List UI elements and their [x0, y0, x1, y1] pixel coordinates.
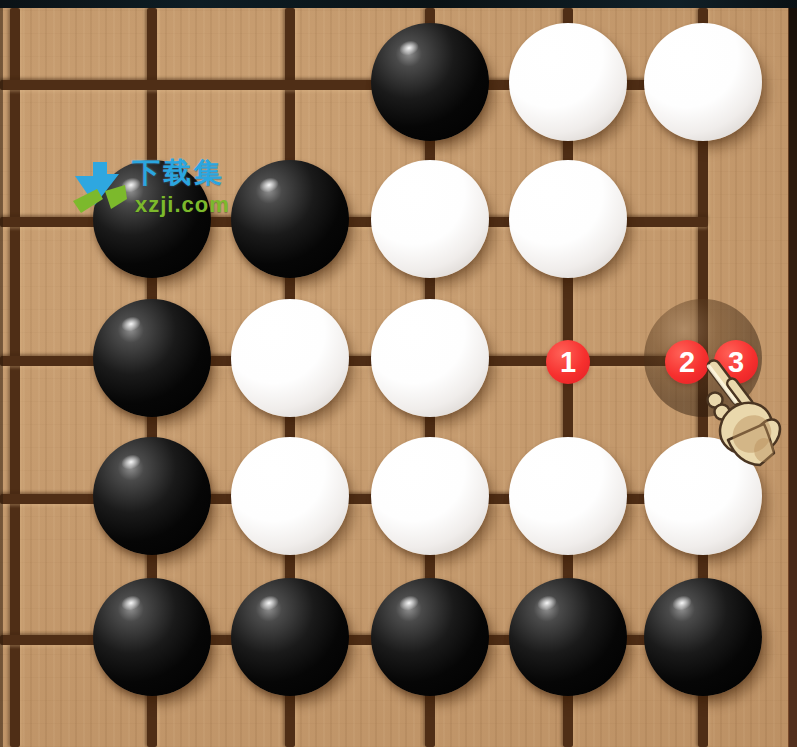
black-stone [231, 578, 349, 696]
watermark-site-url: xzji.com [135, 192, 230, 218]
watermark-site-name: 下载集 [132, 154, 230, 192]
white-stone [371, 160, 489, 278]
tap-hand-cursor [698, 352, 794, 472]
black-stone [93, 437, 211, 555]
white-stone [371, 299, 489, 417]
white-stone [509, 437, 627, 555]
white-stone [371, 437, 489, 555]
black-stone [371, 578, 489, 696]
white-stone [644, 23, 762, 141]
top-dark-bar [0, 0, 797, 8]
go-board-screen: 123 下载集 xzji.com [0, 0, 797, 747]
white-stone [509, 23, 627, 141]
white-stone [509, 160, 627, 278]
board-right-edge [788, 0, 797, 747]
watermark-logo: 下载集 xzji.com [70, 154, 230, 218]
white-stone [231, 437, 349, 555]
black-stone [509, 578, 627, 696]
xzji-logo-icon [70, 160, 128, 218]
board-left-edge [0, 8, 3, 747]
black-stone [371, 23, 489, 141]
black-stone [231, 160, 349, 278]
move-marker-1: 1 [546, 340, 590, 384]
black-stone [93, 578, 211, 696]
watermark-text: 下载集 xzji.com [132, 154, 230, 218]
black-stone [644, 578, 762, 696]
black-stone [93, 299, 211, 417]
go-board[interactable]: 123 [0, 0, 797, 747]
white-stone [231, 299, 349, 417]
